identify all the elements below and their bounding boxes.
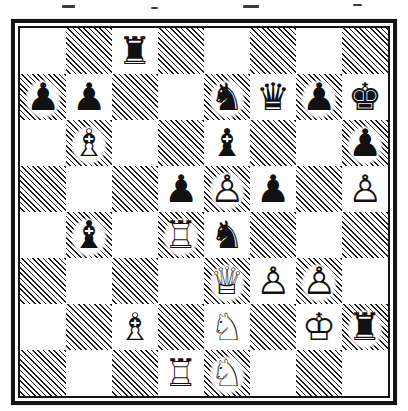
square-e3[interactable]: ♕ — [204, 258, 250, 304]
square-b2[interactable] — [66, 304, 112, 350]
square-g8[interactable] — [296, 28, 342, 74]
square-e2[interactable]: ♘ — [204, 304, 250, 350]
diagram-frame: ♜♟♟♞♛♟♚♗♝♟♟♙♟♙♝♖♞♕♙♙♗♘♔♜♖♘ — [11, 19, 397, 405]
square-f7[interactable]: ♛ — [250, 74, 296, 120]
square-d8[interactable] — [158, 28, 204, 74]
square-a3[interactable] — [20, 258, 66, 304]
square-g7[interactable]: ♟ — [296, 74, 342, 120]
square-a2[interactable] — [20, 304, 66, 350]
scan-artifact — [151, 7, 158, 9]
square-d3[interactable] — [158, 258, 204, 304]
square-d1[interactable]: ♖ — [158, 350, 204, 396]
square-c8[interactable]: ♜ — [112, 28, 158, 74]
square-g4[interactable] — [296, 212, 342, 258]
square-g5[interactable] — [296, 166, 342, 212]
black-bishop[interactable]: ♝ — [204, 120, 250, 166]
square-e4[interactable]: ♞ — [204, 212, 250, 258]
white-king[interactable]: ♔ — [296, 304, 342, 350]
white-pawn[interactable]: ♙ — [342, 166, 388, 212]
square-c4[interactable] — [112, 212, 158, 258]
square-f5[interactable]: ♟ — [250, 166, 296, 212]
square-c2[interactable]: ♗ — [112, 304, 158, 350]
square-e5[interactable]: ♙ — [204, 166, 250, 212]
white-knight[interactable]: ♘ — [204, 304, 250, 350]
square-b6[interactable]: ♗ — [66, 120, 112, 166]
black-pawn[interactable]: ♟ — [20, 74, 66, 120]
square-f8[interactable] — [250, 28, 296, 74]
square-c1[interactable] — [112, 350, 158, 396]
square-g2[interactable]: ♔ — [296, 304, 342, 350]
square-e8[interactable] — [204, 28, 250, 74]
square-b1[interactable] — [66, 350, 112, 396]
square-c5[interactable] — [112, 166, 158, 212]
square-g1[interactable] — [296, 350, 342, 396]
white-pawn[interactable]: ♙ — [296, 258, 342, 304]
square-e7[interactable]: ♞ — [204, 74, 250, 120]
black-king[interactable]: ♚ — [342, 74, 388, 120]
square-a6[interactable] — [20, 120, 66, 166]
black-rook[interactable]: ♜ — [342, 304, 388, 350]
black-pawn[interactable]: ♟ — [250, 166, 296, 212]
square-d4[interactable]: ♖ — [158, 212, 204, 258]
chessboard: ♜♟♟♞♛♟♚♗♝♟♟♙♟♙♝♖♞♕♙♙♗♘♔♜♖♘ — [18, 26, 390, 398]
white-rook[interactable]: ♖ — [158, 212, 204, 258]
square-e1[interactable]: ♘ — [204, 350, 250, 396]
square-d6[interactable] — [158, 120, 204, 166]
square-f3[interactable]: ♙ — [250, 258, 296, 304]
white-pawn[interactable]: ♙ — [204, 166, 250, 212]
square-c7[interactable] — [112, 74, 158, 120]
square-g6[interactable] — [296, 120, 342, 166]
square-f2[interactable] — [250, 304, 296, 350]
square-c3[interactable] — [112, 258, 158, 304]
square-d2[interactable] — [158, 304, 204, 350]
square-c6[interactable] — [112, 120, 158, 166]
square-d7[interactable] — [158, 74, 204, 120]
square-h3[interactable] — [342, 258, 388, 304]
square-b3[interactable] — [66, 258, 112, 304]
square-h2[interactable]: ♜ — [342, 304, 388, 350]
square-a4[interactable] — [20, 212, 66, 258]
square-h1[interactable] — [342, 350, 388, 396]
black-knight[interactable]: ♞ — [204, 74, 250, 120]
black-pawn[interactable]: ♟ — [66, 74, 112, 120]
white-rook[interactable]: ♖ — [158, 350, 204, 396]
white-pawn[interactable]: ♙ — [250, 258, 296, 304]
black-knight[interactable]: ♞ — [204, 212, 250, 258]
square-f6[interactable] — [250, 120, 296, 166]
square-e6[interactable]: ♝ — [204, 120, 250, 166]
square-h6[interactable]: ♟ — [342, 120, 388, 166]
square-d5[interactable]: ♟ — [158, 166, 204, 212]
scan-artifact — [243, 5, 259, 8]
square-b4[interactable]: ♝ — [66, 212, 112, 258]
square-h8[interactable] — [342, 28, 388, 74]
square-h4[interactable] — [342, 212, 388, 258]
scan-artifact — [353, 4, 362, 6]
square-h7[interactable]: ♚ — [342, 74, 388, 120]
white-bishop[interactable]: ♗ — [66, 120, 112, 166]
black-pawn[interactable]: ♟ — [158, 166, 204, 212]
square-a1[interactable] — [20, 350, 66, 396]
white-knight[interactable]: ♘ — [204, 350, 250, 396]
black-pawn[interactable]: ♟ — [296, 74, 342, 120]
white-bishop[interactable]: ♗ — [112, 304, 158, 350]
square-f4[interactable] — [250, 212, 296, 258]
black-queen[interactable]: ♛ — [250, 74, 296, 120]
square-h5[interactable]: ♙ — [342, 166, 388, 212]
square-a7[interactable]: ♟ — [20, 74, 66, 120]
black-pawn[interactable]: ♟ — [342, 120, 388, 166]
square-g3[interactable]: ♙ — [296, 258, 342, 304]
square-b8[interactable] — [66, 28, 112, 74]
black-bishop[interactable]: ♝ — [66, 212, 112, 258]
black-rook[interactable]: ♜ — [112, 28, 158, 74]
square-b5[interactable] — [66, 166, 112, 212]
white-queen[interactable]: ♕ — [204, 258, 250, 304]
square-a5[interactable] — [20, 166, 66, 212]
square-a8[interactable] — [20, 28, 66, 74]
square-b7[interactable]: ♟ — [66, 74, 112, 120]
square-f1[interactable] — [250, 350, 296, 396]
scan-artifact — [62, 5, 75, 8]
